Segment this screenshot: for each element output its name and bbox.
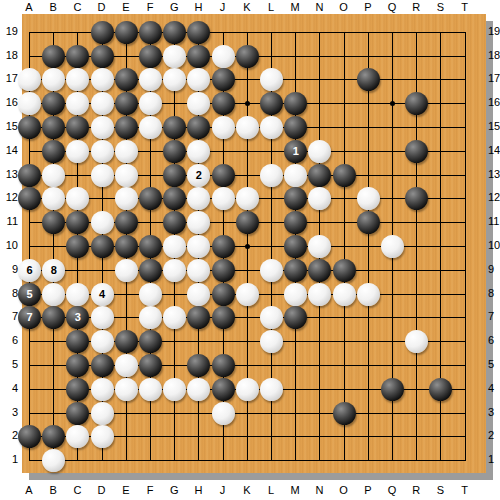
move-number-label: 7 bbox=[26, 312, 32, 323]
column-label-top: J bbox=[220, 1, 226, 14]
black-stone bbox=[333, 164, 356, 187]
black-stone bbox=[66, 402, 89, 425]
black-stone bbox=[139, 45, 162, 68]
column-label-bottom: R bbox=[412, 484, 420, 497]
white-stone bbox=[163, 259, 186, 282]
black-stone bbox=[42, 306, 65, 329]
white-stone bbox=[163, 235, 186, 258]
white-stone bbox=[187, 378, 210, 401]
black-stone bbox=[357, 68, 380, 91]
white-stone bbox=[42, 187, 65, 210]
row-label-left: 17 bbox=[2, 72, 18, 85]
white-stone bbox=[91, 211, 114, 234]
column-label-bottom: F bbox=[147, 484, 154, 497]
move-number-label: 4 bbox=[99, 289, 105, 300]
white-stone bbox=[187, 283, 210, 306]
black-stone bbox=[42, 116, 65, 139]
white-stone bbox=[91, 140, 114, 163]
white-stone bbox=[91, 116, 114, 139]
row-label-left: 11 bbox=[2, 215, 18, 228]
column-label-top: O bbox=[339, 1, 348, 14]
move-number-label: 5 bbox=[26, 289, 32, 300]
white-stone bbox=[333, 283, 356, 306]
black-stone bbox=[139, 187, 162, 210]
white-stone bbox=[42, 68, 65, 91]
go-board[interactable]: 12685473 bbox=[22, 14, 486, 473]
white-stone bbox=[66, 140, 89, 163]
row-label-left: 9 bbox=[2, 263, 18, 276]
go-diagram-page: 12685473 AABBCCDDEEFFGGHHJJKKLLMMNNOOPPQ… bbox=[0, 0, 500, 500]
row-label-left: 13 bbox=[2, 168, 18, 181]
white-stone bbox=[187, 140, 210, 163]
black-stone bbox=[284, 306, 307, 329]
column-label-top: P bbox=[364, 1, 371, 14]
black-stone bbox=[115, 235, 138, 258]
black-stone bbox=[139, 259, 162, 282]
white-stone bbox=[66, 187, 89, 210]
row-label-left: 18 bbox=[2, 49, 18, 62]
white-stone bbox=[115, 164, 138, 187]
black-stone bbox=[115, 116, 138, 139]
black-stone bbox=[212, 235, 235, 258]
star-point bbox=[245, 101, 250, 106]
grid-line-vertical bbox=[344, 32, 345, 461]
column-label-bottom: H bbox=[194, 484, 202, 497]
column-label-top: C bbox=[73, 1, 81, 14]
white-stone bbox=[308, 283, 331, 306]
row-label-right: 10 bbox=[488, 239, 500, 252]
black-stone bbox=[212, 68, 235, 91]
white-stone bbox=[187, 187, 210, 210]
white-stone bbox=[260, 259, 283, 282]
black-stone bbox=[66, 116, 89, 139]
white-stone bbox=[139, 378, 162, 401]
column-label-bottom: C bbox=[73, 484, 81, 497]
black-stone bbox=[42, 211, 65, 234]
white-stone bbox=[236, 283, 259, 306]
black-stone bbox=[18, 425, 41, 448]
black-stone bbox=[163, 187, 186, 210]
white-stone bbox=[115, 378, 138, 401]
white-stone bbox=[91, 306, 114, 329]
row-label-left: 19 bbox=[2, 25, 18, 38]
column-label-top: G bbox=[170, 1, 179, 14]
black-stone bbox=[18, 116, 41, 139]
black-stone bbox=[236, 45, 259, 68]
row-label-left: 3 bbox=[2, 406, 18, 419]
black-stone bbox=[91, 21, 114, 44]
white-stone bbox=[139, 68, 162, 91]
black-stone bbox=[381, 378, 404, 401]
row-label-left: 16 bbox=[2, 96, 18, 109]
black-stone bbox=[284, 235, 307, 258]
white-stone bbox=[260, 116, 283, 139]
column-label-top: Q bbox=[388, 1, 397, 14]
white-stone: 8 bbox=[42, 259, 65, 282]
white-stone bbox=[163, 45, 186, 68]
row-label-left: 1 bbox=[2, 453, 18, 466]
white-stone bbox=[187, 211, 210, 234]
white-stone: 4 bbox=[91, 283, 114, 306]
white-stone bbox=[139, 116, 162, 139]
white-stone bbox=[18, 68, 41, 91]
column-label-bottom: E bbox=[122, 484, 129, 497]
black-stone bbox=[212, 354, 235, 377]
black-stone bbox=[429, 378, 452, 401]
black-stone bbox=[405, 140, 428, 163]
white-stone bbox=[163, 378, 186, 401]
white-stone bbox=[260, 306, 283, 329]
white-stone bbox=[139, 306, 162, 329]
white-stone bbox=[42, 449, 65, 472]
white-stone bbox=[163, 68, 186, 91]
black-stone: 1 bbox=[284, 140, 307, 163]
black-stone bbox=[115, 330, 138, 353]
row-label-right: 13 bbox=[488, 168, 500, 181]
black-stone bbox=[18, 187, 41, 210]
row-label-left: 15 bbox=[2, 120, 18, 133]
column-label-top: B bbox=[50, 1, 57, 14]
black-stone: 7 bbox=[18, 306, 41, 329]
column-label-top: N bbox=[315, 1, 323, 14]
black-stone bbox=[236, 211, 259, 234]
column-label-bottom: B bbox=[50, 484, 57, 497]
black-stone bbox=[333, 402, 356, 425]
black-stone bbox=[405, 187, 428, 210]
white-stone bbox=[91, 164, 114, 187]
black-stone bbox=[308, 259, 331, 282]
white-stone bbox=[284, 283, 307, 306]
white-stone bbox=[91, 378, 114, 401]
grid-line-vertical bbox=[368, 32, 369, 461]
black-stone bbox=[115, 92, 138, 115]
row-label-right: 8 bbox=[488, 287, 500, 300]
black-stone bbox=[139, 330, 162, 353]
black-stone bbox=[163, 164, 186, 187]
white-stone bbox=[236, 116, 259, 139]
black-stone bbox=[284, 259, 307, 282]
white-stone bbox=[139, 92, 162, 115]
row-label-right: 4 bbox=[488, 382, 500, 395]
row-label-left: 4 bbox=[2, 382, 18, 395]
white-stone bbox=[18, 92, 41, 115]
white-stone bbox=[236, 187, 259, 210]
black-stone bbox=[187, 116, 210, 139]
white-stone bbox=[42, 283, 65, 306]
black-stone bbox=[357, 211, 380, 234]
black-stone bbox=[115, 68, 138, 91]
white-stone: 6 bbox=[18, 259, 41, 282]
column-label-bottom: T bbox=[461, 484, 468, 497]
black-stone bbox=[212, 283, 235, 306]
black-stone bbox=[333, 259, 356, 282]
white-stone bbox=[91, 68, 114, 91]
row-label-right: 18 bbox=[488, 49, 500, 62]
column-label-top: A bbox=[25, 1, 32, 14]
white-stone bbox=[236, 378, 259, 401]
white-stone bbox=[260, 378, 283, 401]
white-stone bbox=[66, 425, 89, 448]
black-stone: 5 bbox=[18, 283, 41, 306]
black-stone bbox=[212, 164, 235, 187]
row-label-left: 14 bbox=[2, 144, 18, 157]
white-stone bbox=[139, 283, 162, 306]
white-stone bbox=[66, 92, 89, 115]
black-stone bbox=[187, 45, 210, 68]
white-stone bbox=[308, 235, 331, 258]
move-number-label: 6 bbox=[26, 265, 32, 276]
black-stone bbox=[42, 45, 65, 68]
white-stone bbox=[212, 45, 235, 68]
row-label-left: 6 bbox=[2, 334, 18, 347]
white-stone bbox=[381, 235, 404, 258]
black-stone bbox=[66, 354, 89, 377]
column-label-bottom: S bbox=[437, 484, 444, 497]
black-stone bbox=[66, 235, 89, 258]
row-label-right: 7 bbox=[488, 310, 500, 323]
black-stone bbox=[66, 211, 89, 234]
black-stone bbox=[42, 92, 65, 115]
column-label-top: M bbox=[291, 1, 300, 14]
star-point bbox=[390, 101, 395, 106]
white-stone bbox=[115, 187, 138, 210]
column-label-top: S bbox=[437, 1, 444, 14]
row-label-right: 14 bbox=[488, 144, 500, 157]
column-label-top: E bbox=[122, 1, 129, 14]
row-label-left: 5 bbox=[2, 358, 18, 371]
white-stone bbox=[115, 259, 138, 282]
black-stone bbox=[308, 164, 331, 187]
white-stone bbox=[91, 330, 114, 353]
row-label-right: 11 bbox=[488, 215, 500, 228]
black-stone bbox=[66, 45, 89, 68]
black-stone bbox=[187, 354, 210, 377]
white-stone bbox=[163, 306, 186, 329]
white-stone bbox=[187, 235, 210, 258]
row-label-right: 2 bbox=[488, 429, 500, 442]
white-stone bbox=[357, 187, 380, 210]
row-label-right: 17 bbox=[488, 72, 500, 85]
black-stone bbox=[212, 92, 235, 115]
black-stone bbox=[42, 140, 65, 163]
grid-line-horizontal bbox=[29, 460, 466, 461]
row-label-right: 5 bbox=[488, 358, 500, 371]
row-label-right: 1 bbox=[488, 453, 500, 466]
column-label-bottom: O bbox=[339, 484, 348, 497]
white-stone bbox=[91, 92, 114, 115]
row-label-left: 7 bbox=[2, 310, 18, 323]
row-label-left: 2 bbox=[2, 429, 18, 442]
black-stone bbox=[212, 306, 235, 329]
black-stone bbox=[66, 330, 89, 353]
white-stone bbox=[357, 283, 380, 306]
white-stone bbox=[187, 92, 210, 115]
row-label-right: 19 bbox=[488, 25, 500, 38]
black-stone bbox=[212, 378, 235, 401]
row-label-left: 8 bbox=[2, 287, 18, 300]
black-stone bbox=[115, 21, 138, 44]
black-stone bbox=[139, 21, 162, 44]
white-stone bbox=[115, 354, 138, 377]
column-label-top: K bbox=[243, 1, 250, 14]
white-stone bbox=[260, 68, 283, 91]
black-stone: 3 bbox=[66, 306, 89, 329]
row-label-right: 6 bbox=[488, 334, 500, 347]
black-stone bbox=[115, 211, 138, 234]
column-label-top: L bbox=[268, 1, 274, 14]
white-stone bbox=[91, 425, 114, 448]
black-stone bbox=[91, 235, 114, 258]
column-label-bottom: L bbox=[268, 484, 274, 497]
grid-line-horizontal bbox=[29, 270, 466, 271]
black-stone bbox=[163, 21, 186, 44]
column-label-bottom: K bbox=[243, 484, 250, 497]
white-stone bbox=[66, 283, 89, 306]
white-stone bbox=[187, 259, 210, 282]
black-stone bbox=[187, 306, 210, 329]
column-label-bottom: M bbox=[291, 484, 300, 497]
black-stone bbox=[18, 164, 41, 187]
star-point bbox=[245, 244, 250, 249]
white-stone bbox=[284, 164, 307, 187]
grid-line-vertical bbox=[465, 32, 466, 461]
row-label-right: 16 bbox=[488, 96, 500, 109]
white-stone bbox=[212, 187, 235, 210]
row-label-left: 12 bbox=[2, 191, 18, 204]
row-label-left: 10 bbox=[2, 239, 18, 252]
white-stone bbox=[308, 187, 331, 210]
black-stone bbox=[66, 378, 89, 401]
black-stone bbox=[163, 116, 186, 139]
column-label-top: D bbox=[98, 1, 106, 14]
black-stone bbox=[163, 211, 186, 234]
black-stone bbox=[42, 425, 65, 448]
black-stone bbox=[163, 140, 186, 163]
column-label-top: F bbox=[147, 1, 154, 14]
white-stone bbox=[42, 164, 65, 187]
black-stone bbox=[284, 187, 307, 210]
white-stone bbox=[260, 330, 283, 353]
column-label-top: T bbox=[461, 1, 468, 14]
white-stone bbox=[260, 164, 283, 187]
white-stone bbox=[212, 116, 235, 139]
white-stone bbox=[308, 140, 331, 163]
column-label-bottom: Q bbox=[388, 484, 397, 497]
black-stone bbox=[284, 116, 307, 139]
white-stone bbox=[187, 68, 210, 91]
column-label-top: H bbox=[194, 1, 202, 14]
move-number-label: 2 bbox=[196, 170, 202, 181]
black-stone bbox=[91, 354, 114, 377]
move-number-label: 1 bbox=[293, 146, 299, 157]
black-stone bbox=[260, 92, 283, 115]
black-stone bbox=[139, 354, 162, 377]
column-label-top: R bbox=[412, 1, 420, 14]
column-label-bottom: A bbox=[25, 484, 32, 497]
black-stone bbox=[284, 211, 307, 234]
white-stone bbox=[405, 330, 428, 353]
column-label-bottom: J bbox=[220, 484, 226, 497]
white-stone bbox=[91, 402, 114, 425]
black-stone bbox=[284, 92, 307, 115]
black-stone bbox=[139, 235, 162, 258]
row-label-right: 15 bbox=[488, 120, 500, 133]
move-number-label: 3 bbox=[75, 312, 81, 323]
white-stone: 2 bbox=[187, 164, 210, 187]
black-stone bbox=[187, 21, 210, 44]
black-stone bbox=[91, 45, 114, 68]
white-stone bbox=[66, 68, 89, 91]
column-label-bottom: G bbox=[170, 484, 179, 497]
move-number-label: 8 bbox=[51, 265, 57, 276]
column-label-bottom: N bbox=[315, 484, 323, 497]
row-label-right: 12 bbox=[488, 191, 500, 204]
column-label-bottom: D bbox=[98, 484, 106, 497]
black-stone bbox=[212, 259, 235, 282]
row-label-right: 3 bbox=[488, 406, 500, 419]
white-stone bbox=[115, 140, 138, 163]
black-stone bbox=[405, 92, 428, 115]
row-label-right: 9 bbox=[488, 263, 500, 276]
white-stone bbox=[212, 402, 235, 425]
column-label-bottom: P bbox=[364, 484, 371, 497]
